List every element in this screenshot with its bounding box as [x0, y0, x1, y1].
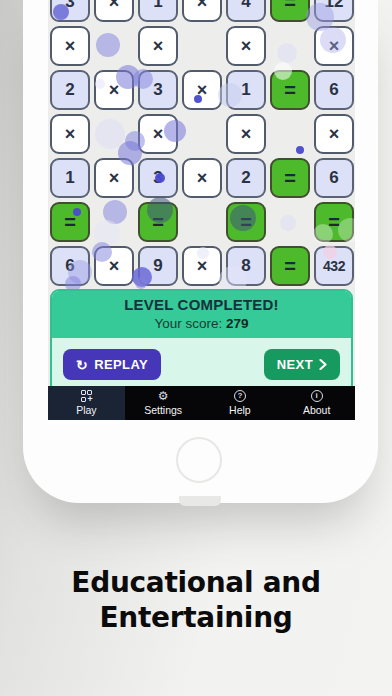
- grid-cell-r1c5[interactable]: 4: [226, 0, 266, 22]
- bottom-nav: + Play ⚙ Settings ? Help i About: [48, 386, 355, 420]
- next-button[interactable]: NEXT: [264, 349, 340, 380]
- grid-cell-r2c5: ×: [226, 26, 266, 66]
- grid-cell-r2c6: [270, 26, 310, 66]
- grid-cell-r3c3[interactable]: 3: [138, 70, 178, 110]
- grid-cell-r3c2: ×: [94, 70, 134, 110]
- grid-cell-r5c3[interactable]: 3: [138, 158, 178, 198]
- nav-item-play[interactable]: + Play: [48, 386, 125, 420]
- chevron-right-icon: [319, 359, 327, 370]
- grid-cell-r5c4: ×: [182, 158, 222, 198]
- grid-cell-r2c3: ×: [138, 26, 178, 66]
- banner-actions: ↻ REPLAY NEXT: [52, 338, 351, 392]
- nav-label-play: Play: [76, 404, 96, 416]
- grid-cell-r4c2: [94, 114, 134, 154]
- grid-cell-r7c3[interactable]: 9: [138, 246, 178, 286]
- grid-cell-r6c5: =: [226, 202, 266, 242]
- nav-item-help[interactable]: ? Help: [202, 386, 279, 420]
- app-screen: 3×1×4=12××××2×3×1=6××××1×3×2=6====6×9×8=…: [48, 0, 355, 420]
- puzzle-grid: 3×1×4=12××××2×3×1=6××××1×3×2=6====6×9×8=…: [50, 0, 354, 286]
- replay-icon: ↻: [76, 360, 88, 370]
- grid-cell-r5c1[interactable]: 1: [50, 158, 90, 198]
- replay-button[interactable]: ↻ REPLAY: [63, 349, 161, 380]
- grid-cell-r1c4: ×: [182, 0, 222, 22]
- replay-button-label: REPLAY: [94, 357, 148, 372]
- gear-icon: ⚙: [158, 390, 169, 402]
- grid-cell-r3c1[interactable]: 2: [50, 70, 90, 110]
- grid-cell-r7c4: ×: [182, 246, 222, 286]
- grid-cell-r6c3: =: [138, 202, 178, 242]
- grid-cell-r7c2: ×: [94, 246, 134, 286]
- banner-header: LEVEL COMPLETED! Your score: 279: [52, 291, 351, 338]
- grid-cell-r7c5[interactable]: 8: [226, 246, 266, 286]
- grid-cell-r2c2: [94, 26, 134, 66]
- grid-cell-r6c6: [270, 202, 310, 242]
- phone-frame: 3×1×4=12××××2×3×1=6××××1×3×2=6====6×9×8=…: [23, 0, 378, 503]
- grid-cell-r2c7: ×: [314, 26, 354, 66]
- caption-line-2: Entertaining: [0, 600, 392, 635]
- nav-label-help: Help: [229, 404, 251, 416]
- grid-cell-r1c7[interactable]: 12: [314, 0, 354, 22]
- grid-cell-r4c4: [182, 114, 222, 154]
- grid-cell-r7c1[interactable]: 6: [50, 246, 90, 286]
- grid-cell-r3c7[interactable]: 6: [314, 70, 354, 110]
- grid-cell-r7c6: =: [270, 246, 310, 286]
- nav-label-about: About: [303, 404, 330, 416]
- grid-cell-r5c6: =: [270, 158, 310, 198]
- level-completed-banner: LEVEL COMPLETED! Your score: 279 ↻ REPLA…: [50, 289, 353, 394]
- grid-cell-r3c4: ×: [182, 70, 222, 110]
- grid-cell-r1c6: =: [270, 0, 310, 22]
- nav-label-settings: Settings: [144, 404, 182, 416]
- marketing-caption: Educational and Entertaining: [0, 565, 392, 635]
- grid-cell-r6c4: [182, 202, 222, 242]
- grid-cell-r3c6: =: [270, 70, 310, 110]
- grid-cell-r4c7: ×: [314, 114, 354, 154]
- grid-cell-r6c2: [94, 202, 134, 242]
- grid-plus-icon: +: [81, 390, 93, 402]
- grid-cell-r5c7[interactable]: 6: [314, 158, 354, 198]
- app-store-screenshot: { "game": "multiplication cross-grid puz…: [0, 0, 392, 696]
- banner-title: LEVEL COMPLETED!: [58, 296, 345, 313]
- question-circle-icon: ?: [234, 390, 246, 402]
- info-circle-icon: i: [311, 390, 323, 402]
- nav-item-about[interactable]: i About: [278, 386, 355, 420]
- grid-cell-r6c1: =: [50, 202, 90, 242]
- next-button-label: NEXT: [277, 357, 313, 372]
- grid-cell-r4c3: ×: [138, 114, 178, 154]
- grid-cell-r4c1: ×: [50, 114, 90, 154]
- grid-cell-r1c1[interactable]: 3: [50, 0, 90, 22]
- grid-cell-r5c5[interactable]: 2: [226, 158, 266, 198]
- grid-cell-r2c1: ×: [50, 26, 90, 66]
- caption-line-1: Educational and: [0, 565, 392, 600]
- grid-cell-r1c3[interactable]: 1: [138, 0, 178, 22]
- grid-cell-r6c7: =: [314, 202, 354, 242]
- score-label: Your score:: [154, 316, 222, 331]
- grid-cell-r4c6: [270, 114, 310, 154]
- grid-cell-r1c2: ×: [94, 0, 134, 22]
- grid-cell-r7c7[interactable]: 432: [314, 246, 354, 286]
- phone-port-notch: [179, 496, 221, 506]
- score-line: Your score: 279: [58, 316, 345, 331]
- grid-cell-r4c5: ×: [226, 114, 266, 154]
- grid-cell-r2c4: [182, 26, 222, 66]
- score-value: 279: [226, 316, 249, 331]
- grid-cell-r3c5[interactable]: 1: [226, 70, 266, 110]
- nav-item-settings[interactable]: ⚙ Settings: [125, 386, 202, 420]
- home-button[interactable]: [176, 437, 222, 483]
- grid-cell-r5c2: ×: [94, 158, 134, 198]
